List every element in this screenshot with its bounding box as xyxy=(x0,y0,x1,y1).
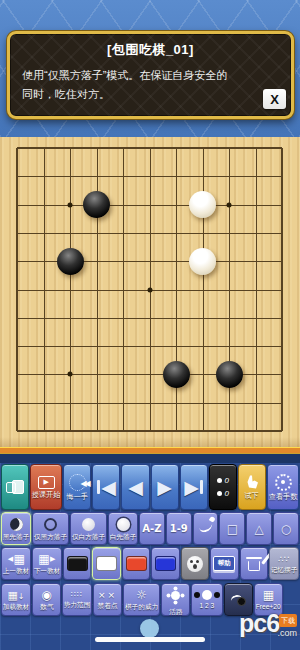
forbidden-point-button[interactable]: ××禁着点 xyxy=(93,583,122,616)
circle-icon: ○ xyxy=(281,523,291,535)
board-prev-icon: ◀▦ xyxy=(7,553,25,565)
load-material-button[interactable]: ▦↓加载教材 xyxy=(1,583,31,616)
memory-place-button[interactable]: ∴∵记忆摆子 xyxy=(269,547,299,580)
black-stone xyxy=(163,361,190,388)
arrow-left-icon: ◀ xyxy=(128,478,143,497)
captures-counter[interactable]: 00 xyxy=(209,464,237,510)
home-indicator[interactable] xyxy=(95,637,205,642)
button-label: 上一教材 xyxy=(3,567,30,574)
puzzle-title: [包围吃棋_01] xyxy=(10,41,291,59)
black-swatch-icon xyxy=(67,556,88,571)
button-label: 活路 xyxy=(169,608,182,615)
button-label: 试下 xyxy=(245,492,259,499)
drag-handle[interactable] xyxy=(140,619,159,638)
step-forward-button[interactable]: ▶ xyxy=(151,464,179,510)
star-point xyxy=(68,202,73,207)
undo-rewind-icon: ◀◀ xyxy=(69,474,86,491)
trash-broom-icon xyxy=(248,561,260,571)
black-color-swatch[interactable] xyxy=(63,547,91,580)
app-screen: [包围吃棋_01] 使用“仅黑方落子”模式。在保证自身安全的 同时，吃住对方。 … xyxy=(0,0,300,650)
help-book-icon: 帮助 xyxy=(213,556,235,571)
view-move-count-button[interactable]: 查看手数 xyxy=(267,464,299,510)
white-swatch-icon xyxy=(96,556,117,571)
stones-123-icon xyxy=(202,590,212,600)
number-labels-button[interactable]: 1-9 xyxy=(166,512,192,545)
button-label: 白先落子 xyxy=(110,533,137,540)
gear-icon xyxy=(275,474,292,491)
liberty-button[interactable]: 活路 xyxy=(161,583,190,616)
pc6-watermark: pc6 下载 .com xyxy=(239,612,297,648)
white-stone xyxy=(189,191,216,218)
button-label: 黑先落子 xyxy=(3,533,30,540)
numbering-button[interactable]: 1 2 3 xyxy=(191,583,223,616)
white-only-button[interactable]: 仅白方落子 xyxy=(70,512,107,545)
count-liberties-button[interactable]: ◉数气 xyxy=(32,583,61,616)
watermark-suffix: .com xyxy=(277,628,297,638)
circle-marker-button[interactable]: ○ xyxy=(273,512,299,545)
capture-count-icon: 00 xyxy=(217,477,229,498)
clear-board-button[interactable] xyxy=(240,547,268,580)
blue-color-swatch[interactable] xyxy=(151,547,179,580)
square-icon: □ xyxy=(227,523,238,535)
face-button[interactable] xyxy=(181,547,209,580)
square-marker-button[interactable]: □ xyxy=(219,512,245,545)
black-only-button[interactable]: 仅黑方落子 xyxy=(32,512,69,545)
numbers-icon: 1-9 xyxy=(170,524,188,534)
fisheye-icon: ◉ xyxy=(41,589,51,601)
white-color-swatch[interactable] xyxy=(92,547,120,580)
white-stone xyxy=(189,248,216,275)
button-label: 查看手数 xyxy=(269,493,298,500)
toolbar: ▶授课开始◀◀悔一手◀◀▶▶00试下查看手数 黑先落子仅黑方落子仅白方落子白先落… xyxy=(0,454,300,650)
step-back-button[interactable]: ◀ xyxy=(121,464,149,510)
letter-labels-button[interactable]: A-Z xyxy=(139,512,165,545)
button-label: 禁着点 xyxy=(98,602,118,609)
button-label: 仅白方落子 xyxy=(72,533,105,540)
help-button[interactable]: 帮助 xyxy=(210,547,238,580)
board-next-icon: ▦▶ xyxy=(38,553,56,565)
button-label: 数气 xyxy=(40,603,53,610)
star-point xyxy=(227,202,232,207)
blue-swatch-icon xyxy=(155,556,176,571)
calculator-icon: ▦ xyxy=(263,589,274,601)
face-icon xyxy=(187,556,203,572)
toolbar-row-1: ▶授课开始◀◀悔一手◀◀▶▶00试下查看手数 xyxy=(1,464,299,510)
button-label: 下一教材 xyxy=(34,567,61,574)
pen-icon xyxy=(198,521,214,533)
black-first-button[interactable]: 黑先落子 xyxy=(1,512,31,545)
black-stone-icon xyxy=(10,518,23,531)
liberty-dots-icon xyxy=(171,591,180,600)
draw-pen-button[interactable] xyxy=(193,512,219,545)
undo-move-button[interactable]: ◀◀悔一手 xyxy=(63,464,91,510)
stone-power-button[interactable]: ☼棋子的威力 xyxy=(123,583,160,616)
button-label: 记忆摆子 xyxy=(271,566,298,573)
hand-pointer-icon xyxy=(244,474,260,490)
influence-dots-icon: ∷∷ xyxy=(71,591,83,599)
ring-stone-icon xyxy=(44,518,57,531)
skip-end-icon: ▶ xyxy=(184,478,203,497)
letters-icon: A-Z xyxy=(142,524,161,534)
arrow-right-icon: ▶ xyxy=(157,478,172,497)
board-download-icon: ▦↓ xyxy=(7,590,24,601)
toolbar-row-3: ◀▦上一教材▦▶下一教材帮助∴∵记忆摆子 xyxy=(1,547,299,580)
star-point xyxy=(147,287,152,292)
lesson-start-button[interactable]: ▶授课开始 xyxy=(30,464,62,510)
scatter-dots-icon: ∴∵ xyxy=(278,555,289,564)
white-stone-icon xyxy=(82,518,95,531)
sun-rays-icon: ☼ xyxy=(136,589,147,601)
black-stone xyxy=(83,191,110,218)
fly-icon xyxy=(230,593,247,606)
instruction-line-1: 使用“仅黑方落子”模式。在保证自身安全的 xyxy=(22,69,227,81)
books-icon xyxy=(6,480,24,494)
button-label: 授课开始 xyxy=(32,491,61,498)
try-move-button[interactable]: 试下 xyxy=(238,464,266,510)
skip-to-start-button[interactable]: ◀ xyxy=(92,464,120,510)
toolbar-row-2: 黑先落子仅黑方落子仅白方落子白先落子A-Z1-9□△○ xyxy=(1,512,299,545)
forbidden-x-icon: ×× xyxy=(98,591,117,600)
button-label: 棋子的威力 xyxy=(125,603,158,610)
button-label: 悔一手 xyxy=(67,493,88,500)
next-material-button[interactable]: ▦▶下一教材 xyxy=(32,547,62,580)
watermark-tag: 下载 xyxy=(279,614,297,627)
triangle-marker-button[interactable]: △ xyxy=(246,512,272,545)
skip-to-end-button[interactable]: ▶ xyxy=(180,464,208,510)
instruction-line-2: 同时，吃住对方。 xyxy=(22,88,110,100)
skip-start-icon: ◀ xyxy=(97,478,116,497)
puzzle-banner: [包围吃棋_01] 使用“仅黑方落子”模式。在保证自身安全的 同时，吃住对方。 … xyxy=(7,31,294,119)
white-first-button[interactable]: 白先落子 xyxy=(108,512,138,545)
red-swatch-icon xyxy=(126,556,147,571)
toolbar-row-4: ▦↓加载教材◉数气∷∷势力范围××禁着点☼棋子的威力活路1 2 3▦Free+2… xyxy=(1,583,271,616)
go-board[interactable] xyxy=(0,137,300,447)
button-label: 仅黑方落子 xyxy=(34,533,67,540)
button-label: 势力范围 xyxy=(64,601,91,608)
board-frame-strip xyxy=(0,447,300,454)
button-label: 加载教材 xyxy=(3,603,30,610)
prev-material-button[interactable]: ◀▦上一教材 xyxy=(1,547,31,580)
red-color-swatch[interactable] xyxy=(122,547,150,580)
influence-area-button[interactable]: ∷∷势力范围 xyxy=(62,583,92,616)
star-point xyxy=(68,372,73,377)
white-ring-stone-icon xyxy=(117,518,130,531)
puzzle-instructions: 使用“仅黑方落子”模式。在保证自身安全的 同时，吃住对方。 xyxy=(22,66,279,103)
courseware-button[interactable] xyxy=(1,464,29,510)
play-screen-icon: ▶ xyxy=(38,476,55,489)
black-stone xyxy=(57,248,84,275)
triangle-icon: △ xyxy=(255,523,264,535)
button-label: 1 2 3 xyxy=(200,602,215,609)
black-stone xyxy=(216,361,243,388)
close-button[interactable]: X xyxy=(263,89,286,109)
